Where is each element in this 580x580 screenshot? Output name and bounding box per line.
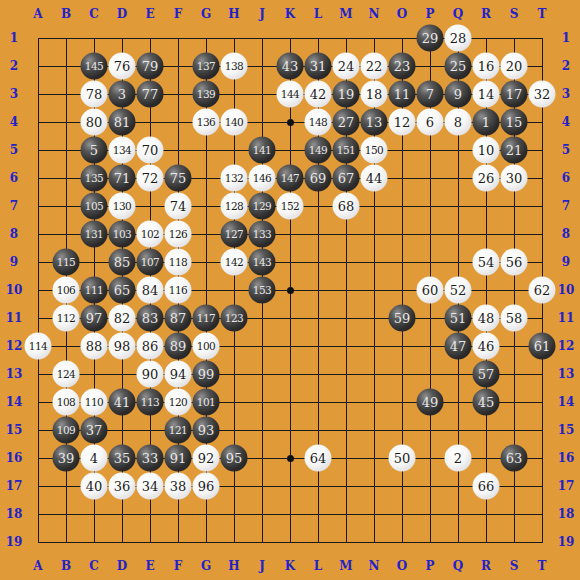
coord-right-11: 11 xyxy=(558,311,575,325)
stone-C8[interactable]: 131 xyxy=(81,221,108,248)
stone-move-number: 31 xyxy=(310,60,327,73)
stone-C2[interactable]: 145 xyxy=(81,53,108,80)
coord-left-2: 2 xyxy=(10,59,18,73)
stone-move-number: 13 xyxy=(366,116,383,129)
stone-G3[interactable]: 139 xyxy=(193,81,220,108)
stone-move-number: 93 xyxy=(198,424,215,437)
stone-M2[interactable]: 24 xyxy=(333,53,360,80)
stone-S9[interactable]: 56 xyxy=(501,249,528,276)
coord-bottom-J: J xyxy=(259,559,265,573)
stone-F16[interactable]: 91 xyxy=(165,445,192,472)
coord-right-8: 8 xyxy=(562,227,570,241)
stone-move-number: 15 xyxy=(506,116,523,129)
stone-G2[interactable]: 137 xyxy=(193,53,220,80)
stone-move-number: 91 xyxy=(170,452,187,465)
coord-left-19: 19 xyxy=(6,535,23,549)
stone-R4[interactable]: 1 xyxy=(473,109,500,136)
stone-G13[interactable]: 99 xyxy=(193,361,220,388)
go-game-record: AABBCCDDEEFFGGHHJJKKLLMMNNOOPPQQRRSSTT11… xyxy=(0,0,580,580)
stone-move-number: 99 xyxy=(198,368,215,381)
coord-bottom-B: B xyxy=(61,559,71,573)
stone-J5[interactable]: 141 xyxy=(249,137,276,164)
coord-left-14: 14 xyxy=(6,395,23,409)
stone-J8[interactable]: 133 xyxy=(249,221,276,248)
stone-E17[interactable]: 34 xyxy=(137,473,164,500)
stone-O2[interactable]: 23 xyxy=(389,53,416,80)
stone-H6[interactable]: 132 xyxy=(221,165,248,192)
stone-move-number: 69 xyxy=(310,172,327,185)
stone-move-number: 105 xyxy=(85,201,104,212)
stone-move-number: 46 xyxy=(478,340,495,353)
stone-E13[interactable]: 90 xyxy=(137,361,164,388)
stone-move-number: 83 xyxy=(142,312,159,325)
coord-left-11: 11 xyxy=(6,311,23,325)
stone-move-number: 94 xyxy=(170,368,187,381)
stone-C11[interactable]: 97 xyxy=(81,305,108,332)
stone-E11[interactable]: 83 xyxy=(137,305,164,332)
stone-M7[interactable]: 68 xyxy=(333,193,360,220)
stone-L2[interactable]: 31 xyxy=(305,53,332,80)
stone-M4[interactable]: 27 xyxy=(333,109,360,136)
stone-P10[interactable]: 60 xyxy=(417,277,444,304)
stone-move-number: 133 xyxy=(253,229,272,240)
stone-S4[interactable]: 15 xyxy=(501,109,528,136)
coord-bottom-D: D xyxy=(117,559,127,573)
stone-P3[interactable]: 7 xyxy=(417,81,444,108)
stone-move-number: 129 xyxy=(253,201,272,212)
stone-P1[interactable]: 29 xyxy=(417,25,444,52)
stone-H7[interactable]: 128 xyxy=(221,193,248,220)
stone-D7[interactable]: 130 xyxy=(109,193,136,220)
stone-R5[interactable]: 10 xyxy=(473,137,500,164)
coord-right-9: 9 xyxy=(562,255,570,269)
stone-C17[interactable]: 40 xyxy=(81,473,108,500)
stone-B15[interactable]: 109 xyxy=(53,417,80,444)
stone-E6[interactable]: 72 xyxy=(137,165,164,192)
stone-N4[interactable]: 13 xyxy=(361,109,388,136)
stone-C16[interactable]: 4 xyxy=(81,445,108,472)
stone-C5[interactable]: 5 xyxy=(81,137,108,164)
stone-move-number: 54 xyxy=(478,256,495,269)
stone-C12[interactable]: 88 xyxy=(81,333,108,360)
coord-top-M: M xyxy=(339,7,352,21)
coord-bottom-C: C xyxy=(89,559,99,573)
coord-right-7: 7 xyxy=(562,199,570,213)
stone-S3[interactable]: 17 xyxy=(501,81,528,108)
stone-move-number: 110 xyxy=(85,397,104,408)
stone-D14[interactable]: 41 xyxy=(109,389,136,416)
stone-move-number: 20 xyxy=(506,60,523,73)
stone-move-number: 92 xyxy=(198,452,215,465)
stone-move-number: 116 xyxy=(169,285,188,296)
coord-bottom-G: G xyxy=(201,559,211,573)
stone-move-number: 114 xyxy=(29,341,48,352)
stone-move-number: 74 xyxy=(170,200,187,213)
stone-move-number: 82 xyxy=(114,312,131,325)
stone-N3[interactable]: 18 xyxy=(361,81,388,108)
stone-C14[interactable]: 110 xyxy=(81,389,108,416)
stone-R2[interactable]: 16 xyxy=(473,53,500,80)
stone-move-number: 63 xyxy=(506,452,523,465)
stone-B11[interactable]: 112 xyxy=(53,305,80,332)
stone-move-number: 128 xyxy=(225,201,244,212)
stone-J10[interactable]: 153 xyxy=(249,277,276,304)
coord-left-12: 12 xyxy=(6,339,23,353)
stone-move-number: 150 xyxy=(365,145,384,156)
stone-R9[interactable]: 54 xyxy=(473,249,500,276)
coord-left-8: 8 xyxy=(10,227,18,241)
stone-Q16[interactable]: 2 xyxy=(445,445,472,472)
coord-left-10: 10 xyxy=(6,283,23,297)
stone-move-number: 101 xyxy=(197,397,216,408)
stone-E16[interactable]: 33 xyxy=(137,445,164,472)
stone-T10[interactable]: 62 xyxy=(529,277,556,304)
stone-move-number: 38 xyxy=(170,480,187,493)
coord-bottom-Q: Q xyxy=(453,559,463,573)
stone-D8[interactable]: 103 xyxy=(109,221,136,248)
stone-move-number: 81 xyxy=(114,116,131,129)
stone-move-number: 25 xyxy=(450,60,467,73)
coord-right-6: 6 xyxy=(562,171,570,185)
coord-left-15: 15 xyxy=(6,423,23,437)
coord-left-5: 5 xyxy=(10,143,18,157)
stone-P14[interactable]: 49 xyxy=(417,389,444,416)
stone-K3[interactable]: 144 xyxy=(277,81,304,108)
stone-M3[interactable]: 19 xyxy=(333,81,360,108)
stone-D17[interactable]: 36 xyxy=(109,473,136,500)
stone-S5[interactable]: 21 xyxy=(501,137,528,164)
stone-D5[interactable]: 134 xyxy=(109,137,136,164)
stone-S16[interactable]: 63 xyxy=(501,445,528,472)
stone-P4[interactable]: 6 xyxy=(417,109,444,136)
coord-left-17: 17 xyxy=(6,479,23,493)
stone-R17[interactable]: 66 xyxy=(473,473,500,500)
stone-Q4[interactable]: 8 xyxy=(445,109,472,136)
stone-E9[interactable]: 107 xyxy=(137,249,164,276)
coord-bottom-S: S xyxy=(510,559,519,573)
stone-move-number: 95 xyxy=(226,452,243,465)
stone-move-number: 88 xyxy=(86,340,103,353)
stone-move-number: 64 xyxy=(310,452,327,465)
stone-move-number: 118 xyxy=(169,257,188,268)
stone-F6[interactable]: 75 xyxy=(165,165,192,192)
stone-move-number: 147 xyxy=(281,173,300,184)
stone-move-number: 42 xyxy=(310,88,327,101)
coord-right-12: 12 xyxy=(558,339,575,353)
stone-D9[interactable]: 85 xyxy=(109,249,136,276)
coord-top-P: P xyxy=(425,7,434,21)
coord-right-17: 17 xyxy=(558,479,575,493)
stone-K6[interactable]: 147 xyxy=(277,165,304,192)
coord-top-Q: Q xyxy=(453,7,463,21)
coord-bottom-T: T xyxy=(538,559,547,573)
stone-move-number: 142 xyxy=(225,257,244,268)
coord-bottom-N: N xyxy=(369,559,380,573)
stone-D4[interactable]: 81 xyxy=(109,109,136,136)
stone-move-number: 121 xyxy=(169,425,188,436)
coord-top-J: J xyxy=(259,7,265,21)
stone-L6[interactable]: 69 xyxy=(305,165,332,192)
stone-move-number: 85 xyxy=(114,256,131,269)
stone-E10[interactable]: 84 xyxy=(137,277,164,304)
stone-R11[interactable]: 48 xyxy=(473,305,500,332)
stone-move-number: 131 xyxy=(85,229,104,240)
stone-T12[interactable]: 61 xyxy=(529,333,556,360)
stone-move-number: 100 xyxy=(197,341,216,352)
stone-move-number: 123 xyxy=(225,313,244,324)
coord-right-18: 18 xyxy=(558,507,575,521)
stone-move-number: 86 xyxy=(142,340,159,353)
stone-C15[interactable]: 37 xyxy=(81,417,108,444)
coord-left-3: 3 xyxy=(10,87,18,101)
stone-move-number: 97 xyxy=(86,312,103,325)
stone-move-number: 66 xyxy=(478,480,495,493)
stone-S6[interactable]: 30 xyxy=(501,165,528,192)
coord-right-15: 15 xyxy=(558,423,575,437)
stone-move-number: 57 xyxy=(478,368,495,381)
stone-K7[interactable]: 152 xyxy=(277,193,304,220)
coord-top-S: S xyxy=(510,7,519,21)
stone-move-number: 34 xyxy=(142,480,159,493)
stone-H16[interactable]: 95 xyxy=(221,445,248,472)
coord-left-16: 16 xyxy=(6,451,23,465)
stone-B14[interactable]: 108 xyxy=(53,389,80,416)
stone-R6[interactable]: 26 xyxy=(473,165,500,192)
coord-top-N: N xyxy=(369,7,380,21)
go-board[interactable]: AABBCCDDEEFFGGHHJJKKLLMMNNOOPPQQRRSSTT11… xyxy=(0,0,580,580)
stone-Q10[interactable]: 52 xyxy=(445,277,472,304)
stone-D6[interactable]: 71 xyxy=(109,165,136,192)
stone-move-number: 19 xyxy=(338,88,355,101)
stone-move-number: 10 xyxy=(478,144,495,157)
stone-O4[interactable]: 12 xyxy=(389,109,416,136)
coord-top-H: H xyxy=(228,7,239,21)
stone-move-number: 107 xyxy=(141,257,160,268)
stone-B9[interactable]: 115 xyxy=(53,249,80,276)
stone-F9[interactable]: 118 xyxy=(165,249,192,276)
stone-F8[interactable]: 126 xyxy=(165,221,192,248)
stone-move-number: 9 xyxy=(454,88,462,101)
stone-D16[interactable]: 35 xyxy=(109,445,136,472)
stone-T3[interactable]: 32 xyxy=(529,81,556,108)
coord-left-4: 4 xyxy=(10,115,18,129)
stone-move-number: 56 xyxy=(506,256,523,269)
stone-Q12[interactable]: 47 xyxy=(445,333,472,360)
stone-move-number: 7 xyxy=(426,88,434,101)
stone-move-number: 145 xyxy=(85,61,104,72)
stone-move-number: 76 xyxy=(114,60,131,73)
stone-K2[interactable]: 43 xyxy=(277,53,304,80)
stone-move-number: 153 xyxy=(253,285,272,296)
stone-move-number: 152 xyxy=(281,201,300,212)
stone-move-number: 138 xyxy=(225,61,244,72)
stone-N5[interactable]: 150 xyxy=(361,137,388,164)
stone-move-number: 5 xyxy=(90,144,98,157)
stone-M5[interactable]: 151 xyxy=(333,137,360,164)
coord-top-F: F xyxy=(174,7,183,21)
stone-D3[interactable]: 3 xyxy=(109,81,136,108)
stone-move-number: 62 xyxy=(534,284,551,297)
coord-top-K: K xyxy=(285,7,295,21)
stone-J6[interactable]: 146 xyxy=(249,165,276,192)
stone-J9[interactable]: 143 xyxy=(249,249,276,276)
stone-move-number: 16 xyxy=(478,60,495,73)
stone-move-number: 3 xyxy=(118,88,126,101)
stone-move-number: 8 xyxy=(454,116,462,129)
stone-H8[interactable]: 127 xyxy=(221,221,248,248)
coord-top-D: D xyxy=(117,7,127,21)
stone-E12[interactable]: 86 xyxy=(137,333,164,360)
coord-top-O: O xyxy=(397,7,407,21)
stone-move-number: 126 xyxy=(169,229,188,240)
stone-G17[interactable]: 96 xyxy=(193,473,220,500)
coord-bottom-R: R xyxy=(481,559,491,573)
stone-move-number: 144 xyxy=(281,89,300,100)
coord-left-9: 9 xyxy=(10,255,18,269)
stone-F7[interactable]: 74 xyxy=(165,193,192,220)
stone-E3[interactable]: 77 xyxy=(137,81,164,108)
stone-M6[interactable]: 67 xyxy=(333,165,360,192)
stone-move-number: 24 xyxy=(338,60,355,73)
stone-Q11[interactable]: 51 xyxy=(445,305,472,332)
stone-move-number: 14 xyxy=(478,88,495,101)
stone-D2[interactable]: 76 xyxy=(109,53,136,80)
stone-E14[interactable]: 113 xyxy=(137,389,164,416)
stone-H4[interactable]: 140 xyxy=(221,109,248,136)
stone-move-number: 27 xyxy=(338,116,355,129)
coord-bottom-H: H xyxy=(228,559,239,573)
stone-C4[interactable]: 80 xyxy=(81,109,108,136)
coord-left-13: 13 xyxy=(6,367,23,381)
stone-move-number: 37 xyxy=(86,424,103,437)
stone-O11[interactable]: 59 xyxy=(389,305,416,332)
stone-C7[interactable]: 105 xyxy=(81,193,108,220)
coord-top-L: L xyxy=(314,7,322,21)
stone-C10[interactable]: 111 xyxy=(81,277,108,304)
stone-move-number: 33 xyxy=(142,452,159,465)
stone-A12[interactable]: 114 xyxy=(25,333,52,360)
stone-H2[interactable]: 138 xyxy=(221,53,248,80)
stone-move-number: 17 xyxy=(506,88,523,101)
stone-G11[interactable]: 117 xyxy=(193,305,220,332)
coord-right-13: 13 xyxy=(558,367,575,381)
stone-move-number: 141 xyxy=(253,145,272,156)
stone-G4[interactable]: 136 xyxy=(193,109,220,136)
stone-C6[interactable]: 135 xyxy=(81,165,108,192)
stone-D11[interactable]: 82 xyxy=(109,305,136,332)
stone-move-number: 108 xyxy=(57,397,76,408)
stone-move-number: 78 xyxy=(86,88,103,101)
stone-Q1[interactable]: 28 xyxy=(445,25,472,52)
stone-move-number: 72 xyxy=(142,172,159,185)
stone-N6[interactable]: 44 xyxy=(361,165,388,192)
coord-right-2: 2 xyxy=(562,59,570,73)
stone-move-number: 90 xyxy=(142,368,159,381)
stone-Q2[interactable]: 25 xyxy=(445,53,472,80)
stone-move-number: 51 xyxy=(450,312,467,325)
stone-E8[interactable]: 102 xyxy=(137,221,164,248)
stone-D12[interactable]: 98 xyxy=(109,333,136,360)
stone-R13[interactable]: 57 xyxy=(473,361,500,388)
stone-R12[interactable]: 46 xyxy=(473,333,500,360)
stone-move-number: 36 xyxy=(114,480,131,493)
stone-H11[interactable]: 123 xyxy=(221,305,248,332)
stone-H9[interactable]: 142 xyxy=(221,249,248,276)
stone-B16[interactable]: 39 xyxy=(53,445,80,472)
stone-move-number: 106 xyxy=(57,285,76,296)
stone-move-number: 149 xyxy=(309,145,328,156)
stone-move-number: 41 xyxy=(114,396,131,409)
stone-move-number: 65 xyxy=(114,284,131,297)
stone-E5[interactable]: 70 xyxy=(137,137,164,164)
coord-top-E: E xyxy=(145,7,154,21)
stone-G12[interactable]: 100 xyxy=(193,333,220,360)
stone-F10[interactable]: 116 xyxy=(165,277,192,304)
stone-move-number: 26 xyxy=(478,172,495,185)
stone-F14[interactable]: 120 xyxy=(165,389,192,416)
stone-Q3[interactable]: 9 xyxy=(445,81,472,108)
stone-J7[interactable]: 129 xyxy=(249,193,276,220)
stone-L4[interactable]: 148 xyxy=(305,109,332,136)
stone-F12[interactable]: 89 xyxy=(165,333,192,360)
stone-move-number: 39 xyxy=(58,452,75,465)
stone-move-number: 68 xyxy=(338,200,355,213)
stone-move-number: 137 xyxy=(197,61,216,72)
coord-right-16: 16 xyxy=(558,451,575,465)
stone-move-number: 48 xyxy=(478,312,495,325)
stone-L5[interactable]: 149 xyxy=(305,137,332,164)
coord-right-14: 14 xyxy=(558,395,575,409)
stone-L16[interactable]: 64 xyxy=(305,445,332,472)
stone-move-number: 148 xyxy=(309,117,328,128)
stone-B13[interactable]: 124 xyxy=(53,361,80,388)
stone-move-number: 96 xyxy=(198,480,215,493)
stone-G15[interactable]: 93 xyxy=(193,417,220,444)
stone-S11[interactable]: 58 xyxy=(501,305,528,332)
stone-N2[interactable]: 22 xyxy=(361,53,388,80)
stone-L3[interactable]: 42 xyxy=(305,81,332,108)
stone-F11[interactable]: 87 xyxy=(165,305,192,332)
stone-C3[interactable]: 78 xyxy=(81,81,108,108)
stone-B10[interactable]: 106 xyxy=(53,277,80,304)
stone-move-number: 4 xyxy=(90,452,98,465)
stone-O3[interactable]: 11 xyxy=(389,81,416,108)
coord-top-B: B xyxy=(61,7,71,21)
star-point-K10 xyxy=(287,287,294,294)
stone-E2[interactable]: 79 xyxy=(137,53,164,80)
stone-G14[interactable]: 101 xyxy=(193,389,220,416)
stone-O16[interactable]: 50 xyxy=(389,445,416,472)
stone-S2[interactable]: 20 xyxy=(501,53,528,80)
stone-R14[interactable]: 45 xyxy=(473,389,500,416)
stone-move-number: 117 xyxy=(197,313,216,324)
stone-move-number: 49 xyxy=(422,396,439,409)
stone-F13[interactable]: 94 xyxy=(165,361,192,388)
stone-R3[interactable]: 14 xyxy=(473,81,500,108)
stone-move-number: 89 xyxy=(170,340,187,353)
stone-move-number: 1 xyxy=(482,116,490,129)
stone-G16[interactable]: 92 xyxy=(193,445,220,472)
stone-move-number: 44 xyxy=(366,172,383,185)
stone-F15[interactable]: 121 xyxy=(165,417,192,444)
stone-move-number: 12 xyxy=(394,116,411,129)
stone-F17[interactable]: 38 xyxy=(165,473,192,500)
stone-D10[interactable]: 65 xyxy=(109,277,136,304)
stone-move-number: 30 xyxy=(506,172,523,185)
stone-move-number: 111 xyxy=(85,285,104,296)
stone-move-number: 115 xyxy=(57,257,76,268)
stone-move-number: 113 xyxy=(141,397,160,408)
